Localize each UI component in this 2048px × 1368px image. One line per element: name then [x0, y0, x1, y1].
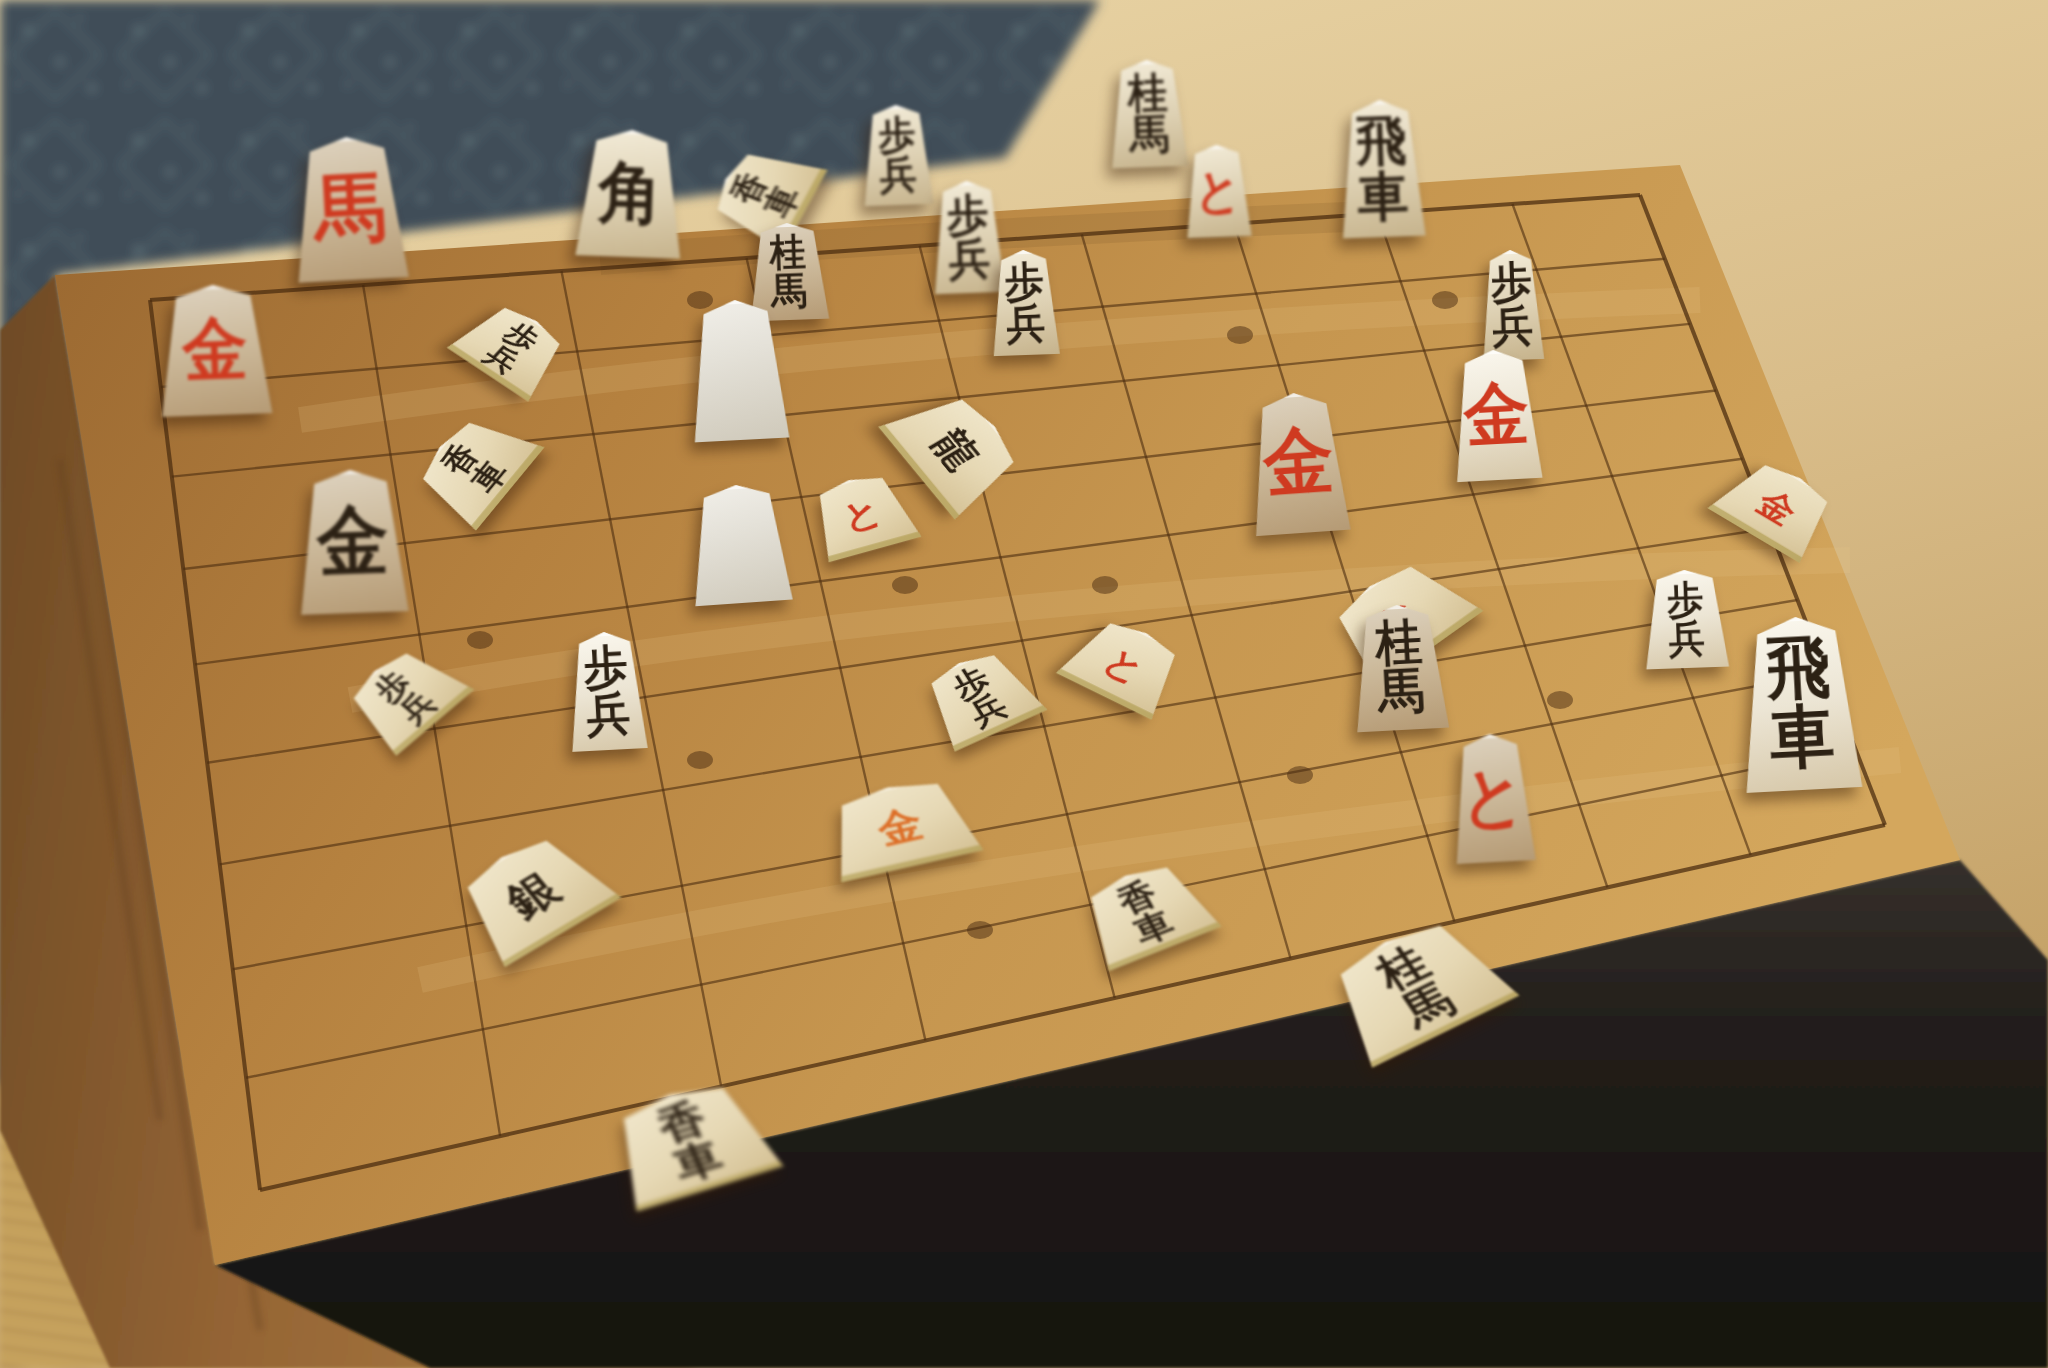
wood-knot: [1287, 766, 1313, 784]
photo-scene: 桂馬香車歩兵と飛車角馬歩兵桂馬歩兵歩兵歩兵金龍香車金金と金金とと歩兵歩兵歩兵桂馬…: [0, 0, 2048, 1368]
wood-knot: [467, 631, 493, 649]
scene-background: [0, 0, 2048, 1368]
wood-knot: [967, 921, 993, 939]
wood-knot: [687, 751, 713, 769]
wood-knot: [1432, 291, 1458, 309]
wood-knot: [1092, 576, 1118, 594]
wood-knot: [1547, 691, 1573, 709]
wood-knot: [892, 576, 918, 594]
wood-knot: [687, 291, 713, 309]
wood-knot: [1227, 326, 1253, 344]
